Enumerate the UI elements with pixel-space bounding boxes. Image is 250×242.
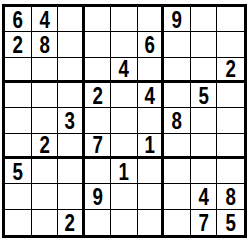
cell-r9c2[interactable] (32, 210, 59, 235)
cell-r3c4[interactable] (85, 58, 112, 83)
cell-r6c7[interactable] (164, 134, 191, 159)
given-digit: 4 (198, 184, 208, 209)
cell-r2c9[interactable] (217, 32, 244, 57)
given-digit: 7 (198, 210, 208, 235)
cell-r4c7[interactable] (164, 83, 191, 108)
cell-r7c1[interactable]: 5 (5, 159, 32, 184)
cell-r3c5[interactable]: 4 (111, 58, 138, 83)
cell-r4c6[interactable]: 4 (138, 83, 165, 108)
given-digit: 8 (39, 32, 49, 57)
cell-r7c4[interactable] (85, 159, 112, 184)
cell-r5c3[interactable]: 3 (58, 108, 85, 133)
cell-r8c8[interactable]: 4 (191, 184, 218, 209)
given-digit: 5 (13, 159, 23, 184)
given-digit: 7 (92, 134, 102, 158)
given-digit: 2 (39, 134, 49, 158)
given-digit: 6 (144, 32, 154, 57)
cell-r2c8[interactable] (191, 32, 218, 57)
cell-r4c4[interactable]: 2 (85, 83, 112, 108)
cell-r2c5[interactable] (111, 32, 138, 57)
cell-r2c2[interactable]: 8 (32, 32, 59, 57)
given-digit: 4 (39, 7, 49, 32)
cell-r6c9[interactable] (217, 134, 244, 159)
cell-r1c6[interactable] (138, 7, 165, 32)
cell-r5c6[interactable] (138, 108, 165, 133)
sudoku-board: 649286422453827151948275 (2, 4, 247, 238)
given-digit: 2 (65, 210, 75, 235)
cell-r1c5[interactable] (111, 7, 138, 32)
given-digit: 2 (92, 83, 102, 108)
cell-r8c9[interactable]: 8 (217, 184, 244, 209)
cell-r2c6[interactable]: 6 (138, 32, 165, 57)
cell-r7c6[interactable] (138, 159, 165, 184)
cell-r7c9[interactable] (217, 159, 244, 184)
cell-r2c1[interactable]: 2 (5, 32, 32, 57)
cell-r2c4[interactable] (85, 32, 112, 57)
given-digit: 2 (226, 58, 236, 82)
given-digit: 5 (198, 83, 208, 108)
cell-r7c2[interactable] (32, 159, 59, 184)
cell-r6c1[interactable] (5, 134, 32, 159)
cell-r3c8[interactable] (191, 58, 218, 83)
given-digit: 8 (226, 184, 236, 209)
cell-r3c3[interactable] (58, 58, 85, 83)
cell-r4c5[interactable] (111, 83, 138, 108)
cell-r5c5[interactable] (111, 108, 138, 133)
cell-r8c5[interactable] (111, 184, 138, 209)
given-digit: 1 (144, 134, 154, 158)
given-digit: 9 (92, 184, 102, 209)
cell-r2c7[interactable] (164, 32, 191, 57)
cell-r9c8[interactable]: 7 (191, 210, 218, 235)
cell-r9c5[interactable] (111, 210, 138, 235)
cell-r6c3[interactable] (58, 134, 85, 159)
cell-r4c2[interactable] (32, 83, 59, 108)
cell-r6c5[interactable] (111, 134, 138, 159)
cell-r3c2[interactable] (32, 58, 59, 83)
cell-r4c8[interactable]: 5 (191, 83, 218, 108)
given-digit: 2 (13, 32, 23, 57)
cell-r9c4[interactable] (85, 210, 112, 235)
cell-r8c1[interactable] (5, 184, 32, 209)
cell-r6c8[interactable] (191, 134, 218, 159)
cell-r5c8[interactable] (191, 108, 218, 133)
cell-r9c9[interactable]: 5 (217, 210, 244, 235)
cell-r1c4[interactable] (85, 7, 112, 32)
given-digit: 8 (172, 108, 182, 133)
given-digit: 3 (65, 108, 75, 133)
cell-r5c2[interactable] (32, 108, 59, 133)
cell-r8c3[interactable] (58, 184, 85, 209)
cell-r1c9[interactable] (217, 7, 244, 32)
cell-r9c7[interactable] (164, 210, 191, 235)
cell-r6c6[interactable]: 1 (138, 134, 165, 159)
cell-r5c7[interactable]: 8 (164, 108, 191, 133)
cell-r9c1[interactable] (5, 210, 32, 235)
cell-r7c7[interactable] (164, 159, 191, 184)
cell-r6c2[interactable]: 2 (32, 134, 59, 159)
cell-r6c4[interactable]: 7 (85, 134, 112, 159)
cell-r1c7[interactable]: 9 (164, 7, 191, 32)
cell-r1c3[interactable] (58, 7, 85, 32)
given-digit: 4 (119, 58, 129, 82)
cell-r3c1[interactable] (5, 58, 32, 83)
cell-r2c3[interactable] (58, 32, 85, 57)
cell-r7c8[interactable] (191, 159, 218, 184)
cell-r1c8[interactable] (191, 7, 218, 32)
cell-r1c2[interactable]: 4 (32, 7, 59, 32)
cell-r4c3[interactable] (58, 83, 85, 108)
cell-r1c1[interactable]: 6 (5, 7, 32, 32)
cell-r5c4[interactable] (85, 108, 112, 133)
given-digit: 5 (226, 210, 236, 235)
given-digit: 1 (119, 159, 129, 184)
cell-r5c9[interactable] (217, 108, 244, 133)
given-digit: 9 (172, 7, 182, 32)
cell-r3c9[interactable]: 2 (217, 58, 244, 83)
cell-r7c5[interactable]: 1 (111, 159, 138, 184)
cell-r9c3[interactable]: 2 (58, 210, 85, 235)
cell-r7c3[interactable] (58, 159, 85, 184)
cell-r9c6[interactable] (138, 210, 165, 235)
given-digit: 4 (144, 83, 154, 108)
cell-r8c2[interactable] (32, 184, 59, 209)
cell-r8c6[interactable] (138, 184, 165, 209)
given-digit: 6 (13, 7, 23, 32)
cell-r3c7[interactable] (164, 58, 191, 83)
cell-r3c6[interactable] (138, 58, 165, 83)
cell-r8c7[interactable] (164, 184, 191, 209)
cell-r5c1[interactable] (5, 108, 32, 133)
cell-r4c9[interactable] (217, 83, 244, 108)
cell-r8c4[interactable]: 9 (85, 184, 112, 209)
cell-r4c1[interactable] (5, 83, 32, 108)
